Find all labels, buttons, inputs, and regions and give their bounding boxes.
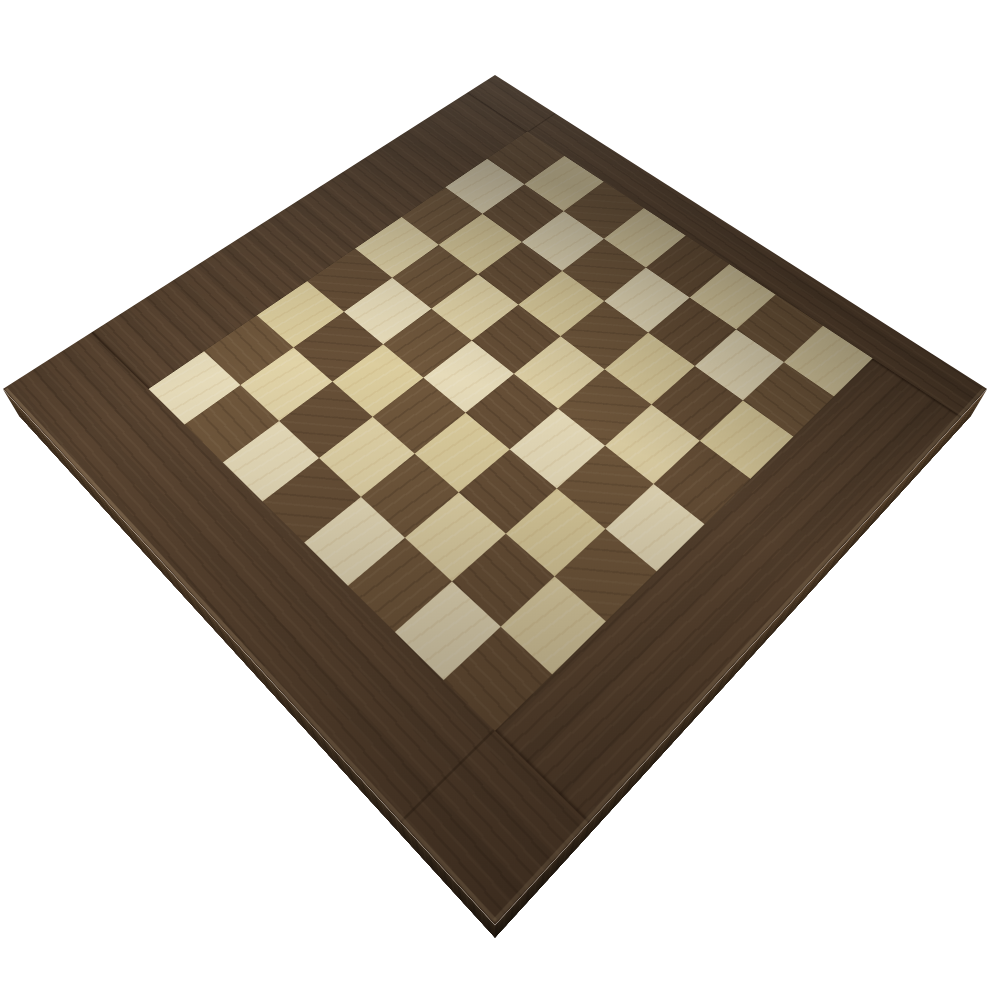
board-top-face <box>3 75 987 925</box>
square-d3[interactable] <box>510 408 605 487</box>
square-b2[interactable] <box>452 533 555 626</box>
board-frame-near-left-rail <box>3 333 589 926</box>
square-b6[interactable] <box>279 381 373 458</box>
frame-joint-seam-near <box>400 729 495 823</box>
square-e2[interactable] <box>605 404 699 483</box>
chess-board <box>3 75 987 925</box>
square-a1[interactable] <box>443 626 552 730</box>
square-a3[interactable] <box>348 538 452 632</box>
square-f1[interactable] <box>699 400 793 479</box>
board-frame-near-right-rail <box>495 358 962 823</box>
square-a6[interactable] <box>223 421 319 502</box>
edge-bevel-lower-right <box>493 388 985 922</box>
square-c1[interactable] <box>555 528 657 621</box>
square-b4[interactable] <box>361 454 459 538</box>
product-photo-scene <box>0 0 1000 1000</box>
square-a5[interactable] <box>262 458 361 543</box>
square-c4[interactable] <box>415 412 510 492</box>
square-a2[interactable] <box>395 581 501 680</box>
square-a7[interactable] <box>185 385 279 462</box>
square-b3[interactable] <box>405 492 505 581</box>
square-d2[interactable] <box>557 445 654 528</box>
square-d1[interactable] <box>606 483 705 571</box>
square-e1[interactable] <box>654 441 750 524</box>
square-b1[interactable] <box>501 576 606 674</box>
square-a4[interactable] <box>304 497 405 586</box>
edge-bevel-lower-left <box>5 388 497 922</box>
square-c3[interactable] <box>459 449 557 533</box>
square-c2[interactable] <box>506 488 606 576</box>
square-b5[interactable] <box>319 417 415 497</box>
photo-canvas <box>0 0 1000 1000</box>
